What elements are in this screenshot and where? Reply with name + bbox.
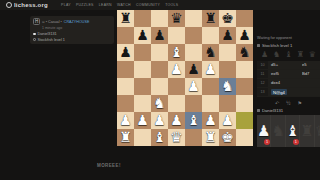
bottom-player-name: Daniel3131	[262, 108, 283, 113]
top-player-row[interactable]: Stockfish level 1	[257, 43, 320, 48]
move-number: 13	[257, 88, 268, 96]
black-color-icon	[33, 38, 36, 41]
white-move[interactable]: exf5	[268, 70, 302, 78]
black-rook[interactable]: ♜	[202, 10, 219, 27]
square-e5[interactable]: ♟	[185, 61, 202, 78]
black-king[interactable]: ♚	[219, 10, 236, 27]
square-f1[interactable]: ♜	[202, 129, 219, 146]
black-queen[interactable]: ♛	[168, 10, 185, 27]
square-f2[interactable]: ♟	[202, 112, 219, 129]
white-pocket-rook: ♜	[300, 115, 314, 147]
square-f5[interactable]: ♟	[202, 61, 219, 78]
nav-watch[interactable]: WATCH	[117, 3, 131, 7]
white-color-icon	[33, 33, 36, 36]
nav-learn[interactable]: LEARN	[99, 3, 112, 7]
square-c8[interactable]	[151, 10, 168, 27]
black-pocket-tray: ♟♞♝♜♛	[257, 50, 320, 59]
bottom-player-row[interactable]: Daniel3131	[257, 108, 320, 113]
square-d1[interactable]: ♛	[168, 129, 185, 146]
square-e2[interactable]: ♝	[185, 112, 202, 129]
square-b7[interactable]: ♟	[134, 27, 151, 44]
game-time-ago: 1 minute ago	[42, 26, 111, 30]
move-row-10: 10d5+e5	[257, 61, 320, 70]
square-g7[interactable]: ♟	[219, 27, 236, 44]
white-pawn[interactable]: ♟	[202, 61, 219, 78]
move-row-11: 11exf5Bd7	[257, 70, 320, 79]
white-player-row[interactable]: Daniel3131	[33, 32, 111, 36]
chess-board[interactable]: ♜♛♜♚♟♟♟♟♟♝♞♞♟♟♟♟♞♞♟♟♟♟♝♟♟♜♝♛♜♚	[117, 10, 253, 146]
square-h8[interactable]	[236, 10, 253, 27]
square-b1[interactable]	[134, 129, 151, 146]
white-queen[interactable]: ♛	[168, 129, 185, 146]
top-nav-bar: lichess.org PLAYPUZZLESLEARNWATCHCOMMUNI…	[0, 0, 320, 10]
white-pocket-knight: ♞	[271, 115, 285, 147]
square-g8[interactable]: ♚	[219, 10, 236, 27]
chat-message: MOREEE!	[97, 163, 121, 168]
white-bishop[interactable]: ♝	[185, 112, 202, 129]
square-d7[interactable]	[168, 27, 185, 44]
nav-community[interactable]: COMMUNITY	[136, 3, 160, 7]
move-number: 10	[257, 61, 268, 69]
draw-offer-button[interactable]: ½	[286, 100, 290, 106]
move-number: 12	[257, 79, 268, 87]
game-status-text: Waiting for opponent	[257, 36, 320, 40]
square-a1[interactable]: ♜	[117, 129, 134, 146]
nav-puzzles[interactable]: PUZZLES	[76, 3, 94, 7]
square-g5[interactable]	[219, 61, 236, 78]
square-a7[interactable]	[117, 27, 134, 44]
black-move[interactable]: Bd7	[302, 70, 320, 78]
variant-link[interactable]: CRAZYHOUSE	[64, 20, 90, 24]
square-b4[interactable]	[134, 78, 151, 95]
game-meta-text: ∞ • Casual •	[42, 20, 62, 24]
move-row-13: 13N@g4	[257, 88, 320, 97]
square-e4[interactable]: ♟	[185, 78, 202, 95]
white-pawn[interactable]: ♟	[202, 112, 219, 129]
square-b2[interactable]: ♟	[134, 112, 151, 129]
square-e3[interactable]	[185, 95, 202, 112]
white-pocket-pawn[interactable]: ♟1	[257, 115, 271, 147]
move-row-12: 12dxe4	[257, 79, 320, 88]
pocket-count-badge: 1	[293, 139, 299, 145]
square-h4[interactable]	[236, 78, 253, 95]
square-c4[interactable]	[151, 78, 168, 95]
black-knight[interactable]: ♞	[236, 44, 253, 61]
square-g1[interactable]: ♚	[219, 129, 236, 146]
lichess-logo[interactable]: lichess.org	[6, 2, 48, 8]
black-player-row[interactable]: Stockfish level 1	[33, 38, 111, 42]
square-g4[interactable]: ♞	[219, 78, 236, 95]
lichess-knight-icon	[6, 2, 12, 8]
square-b6[interactable]	[134, 44, 151, 61]
move-list: 10d5+e511exf5Bd712dxe413N@g4	[257, 61, 320, 97]
top-player-name: Stockfish level 1	[262, 43, 292, 48]
black-pawn[interactable]: ♟	[236, 27, 253, 44]
nav-play[interactable]: PLAY	[61, 3, 71, 7]
variant-icon: H	[33, 18, 40, 25]
white-pawn[interactable]: ♟	[168, 112, 185, 129]
square-b3[interactable]	[134, 95, 151, 112]
square-h6[interactable]: ♞	[236, 44, 253, 61]
white-rook[interactable]: ♜	[117, 129, 134, 146]
white-bishop[interactable]: ♝	[168, 44, 185, 61]
game-sidebar: Waiting for opponent Stockfish level 1 ♟…	[257, 36, 320, 147]
game-info-box: H ∞ • Casual • CRAZYHOUSE 1 minute ago D…	[30, 16, 114, 44]
takeback-button[interactable]: ↶	[275, 100, 279, 106]
white-move[interactable]: dxe4	[268, 79, 302, 87]
black-move[interactable]	[302, 88, 320, 96]
square-a3[interactable]	[117, 95, 134, 112]
nav-tools[interactable]: TOOLS	[165, 3, 178, 7]
square-c1[interactable]: ♝	[151, 129, 168, 146]
square-d8[interactable]: ♛	[168, 10, 185, 27]
white-player-name: Daniel3131	[38, 32, 57, 36]
white-pocket-queen: ♛	[315, 115, 320, 147]
black-pocket-rook: ♜	[297, 50, 304, 59]
white-pawn[interactable]: ♟	[168, 61, 185, 78]
square-d3[interactable]	[168, 95, 185, 112]
square-h7[interactable]: ♟	[236, 27, 253, 44]
white-knight[interactable]: ♞	[151, 95, 168, 112]
black-pocket-queen: ♛	[309, 50, 316, 59]
black-move[interactable]	[302, 79, 320, 87]
game-controls: ↶½⚑	[257, 100, 320, 106]
black-move[interactable]: e5	[302, 61, 320, 69]
black-pawn[interactable]: ♟	[134, 27, 151, 44]
square-d4[interactable]	[168, 78, 185, 95]
white-knight[interactable]: ♞	[219, 78, 236, 95]
white-pawn[interactable]: ♟	[219, 112, 236, 129]
black-pawn[interactable]: ♟	[185, 61, 202, 78]
user-icon	[257, 109, 260, 112]
black-pocket-knight: ♞	[273, 50, 280, 59]
white-queen-pocket-piece: ♛	[315, 116, 320, 146]
square-a4[interactable]	[117, 78, 134, 95]
square-g2[interactable]: ♟	[219, 112, 236, 129]
main-nav: PLAYPUZZLESLEARNWATCHCOMMUNITYTOOLS	[61, 3, 178, 7]
logo-text: lichess.org	[14, 2, 48, 8]
square-a8[interactable]: ♜	[117, 10, 134, 27]
white-move[interactable]: N@g4	[268, 88, 302, 96]
square-c5[interactable]	[151, 61, 168, 78]
resign-button[interactable]: ⚑	[297, 100, 301, 106]
black-knight[interactable]: ♞	[202, 44, 219, 61]
pocket-count-badge: 1	[264, 139, 270, 145]
square-d2[interactable]: ♟	[168, 112, 185, 129]
black-pawn[interactable]: ♟	[151, 27, 168, 44]
white-pawn[interactable]: ♟	[185, 78, 202, 95]
square-g3[interactable]	[219, 95, 236, 112]
square-c6[interactable]	[151, 44, 168, 61]
black-pawn[interactable]: ♟	[219, 27, 236, 44]
square-e6[interactable]	[185, 44, 202, 61]
white-pawn[interactable]: ♟	[117, 112, 134, 129]
white-king[interactable]: ♚	[219, 129, 236, 146]
black-pocket-bishop: ♝	[285, 50, 292, 59]
square-e1[interactable]	[185, 129, 202, 146]
white-rook-pocket-piece: ♜	[300, 116, 313, 146]
white-bishop[interactable]: ♝	[151, 129, 168, 146]
white-pawn[interactable]: ♟	[151, 112, 168, 129]
black-player-name: Stockfish level 1	[38, 38, 65, 42]
square-f3[interactable]	[202, 95, 219, 112]
square-c2[interactable]: ♟	[151, 112, 168, 129]
square-b5[interactable]	[134, 61, 151, 78]
move-number: 11	[257, 70, 268, 78]
white-pawn[interactable]: ♟	[134, 112, 151, 129]
square-a6[interactable]: ♟	[117, 44, 134, 61]
square-b8[interactable]	[134, 10, 151, 27]
square-a2[interactable]: ♟	[117, 112, 134, 129]
square-f4[interactable]	[202, 78, 219, 95]
black-pawn[interactable]: ♟	[117, 44, 134, 61]
square-d6[interactable]: ♝	[168, 44, 185, 61]
square-f8[interactable]: ♜	[202, 10, 219, 27]
black-rook[interactable]: ♜	[117, 10, 134, 27]
square-c3[interactable]: ♞	[151, 95, 168, 112]
black-pocket-pawn: ♟	[261, 50, 268, 59]
square-e8[interactable]	[185, 10, 202, 27]
white-pocket-bishop[interactable]: ♝1	[286, 115, 300, 147]
white-knight-pocket-piece: ♞	[271, 116, 284, 146]
square-h2[interactable]	[236, 112, 253, 129]
square-c7[interactable]: ♟	[151, 27, 168, 44]
square-h3[interactable]	[236, 95, 253, 112]
square-h1[interactable]	[236, 129, 253, 146]
white-pocket-tray: ♟1♞♝1♜♛	[257, 115, 320, 147]
white-move[interactable]: d5+	[268, 61, 302, 69]
square-g6[interactable]	[219, 44, 236, 61]
square-d5[interactable]: ♟	[168, 61, 185, 78]
square-a5[interactable]	[117, 61, 134, 78]
white-rook[interactable]: ♜	[202, 129, 219, 146]
square-f7[interactable]	[202, 27, 219, 44]
square-e7[interactable]	[185, 27, 202, 44]
square-h5[interactable]	[236, 61, 253, 78]
engine-icon	[257, 44, 260, 47]
square-f6[interactable]: ♞	[202, 44, 219, 61]
